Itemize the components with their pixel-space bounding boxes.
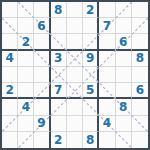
given-digit: 2 [54,134,62,146]
given-digit: 7 [54,84,62,96]
cell-r3c1[interactable] [2,34,18,50]
given-digit: 8 [54,4,62,16]
given-digit: 4 [103,117,111,129]
cell-r2c5[interactable] [67,18,83,34]
cell-r8c5[interactable] [67,116,83,132]
cell-r2c2[interactable] [18,18,34,34]
sudoku-board: 82672643982756489428 [0,0,150,150]
cell-r9c6[interactable]: 8 [83,132,99,148]
cell-r2c9[interactable] [132,18,148,34]
cell-r9c2[interactable] [18,132,34,148]
cell-r8c2[interactable] [18,116,34,132]
cell-r8c1[interactable] [2,116,18,132]
given-digit: 4 [5,52,13,64]
cell-r9c8[interactable] [116,132,132,148]
cell-r2c3[interactable]: 6 [34,18,50,34]
cell-r7c1[interactable] [2,99,18,115]
cell-r7c6[interactable] [83,99,99,115]
cell-r5c3[interactable] [34,67,50,83]
cell-r7c3[interactable] [34,99,50,115]
given-digit: 8 [119,101,127,113]
cell-r4c2[interactable] [18,51,34,67]
cell-r3c7[interactable] [99,34,115,50]
cell-r2c6[interactable] [83,18,99,34]
given-digit: 6 [136,84,144,96]
cell-r3c2[interactable]: 2 [18,34,34,50]
cell-r6c2[interactable] [18,83,34,99]
given-digit: 2 [22,36,30,48]
cell-r7c2[interactable]: 4 [18,99,34,115]
cell-r4c5[interactable] [67,51,83,67]
cell-r3c6[interactable] [83,34,99,50]
cell-r1c4[interactable]: 8 [51,2,67,18]
cell-r9c9[interactable] [132,132,148,148]
cell-r5c8[interactable] [116,67,132,83]
given-digit: 4 [22,101,30,113]
cell-r7c7[interactable] [99,99,115,115]
cell-r3c3[interactable] [34,34,50,50]
given-digit: 3 [54,52,62,64]
given-digit: 6 [119,36,127,48]
cell-r7c5[interactable] [67,99,83,115]
given-digit: 6 [37,20,45,32]
given-digit: 7 [103,20,111,32]
cell-r4c3[interactable] [34,51,50,67]
cell-r7c8[interactable]: 8 [116,99,132,115]
cell-r3c4[interactable] [51,34,67,50]
cell-r5c4[interactable] [51,67,67,83]
cell-r8c8[interactable] [116,116,132,132]
given-digit: 8 [86,134,94,146]
cell-r4c1[interactable]: 4 [2,51,18,67]
cell-r6c5[interactable] [67,83,83,99]
cell-r3c8[interactable]: 6 [116,34,132,50]
cell-r1c1[interactable] [2,2,18,18]
given-digit: 2 [86,4,94,16]
cell-r2c4[interactable] [51,18,67,34]
cell-r9c4[interactable]: 2 [51,132,67,148]
cell-r6c8[interactable] [116,83,132,99]
cell-r4c4[interactable]: 3 [51,51,67,67]
cell-r6c4[interactable]: 7 [51,83,67,99]
cell-r6c7[interactable] [99,83,115,99]
cell-r9c1[interactable] [2,132,18,148]
cell-r1c9[interactable] [132,2,148,18]
cell-r4c6[interactable]: 9 [83,51,99,67]
given-digit: 5 [86,84,94,96]
cell-r6c9[interactable]: 6 [132,83,148,99]
cell-r4c9[interactable]: 8 [132,51,148,67]
cell-r8c9[interactable] [132,116,148,132]
cell-r8c6[interactable] [83,116,99,132]
cell-r4c7[interactable] [99,51,115,67]
cell-r2c1[interactable] [2,18,18,34]
cell-r5c2[interactable] [18,67,34,83]
cell-r9c7[interactable] [99,132,115,148]
cell-r9c3[interactable] [34,132,50,148]
cell-r5c5[interactable] [67,67,83,83]
cell-r2c7[interactable]: 7 [99,18,115,34]
cell-r5c6[interactable] [83,67,99,83]
cell-r1c7[interactable] [99,2,115,18]
given-digit: 9 [86,52,94,64]
cell-r5c7[interactable] [99,67,115,83]
given-digit: 9 [37,117,45,129]
cell-r1c2[interactable] [18,2,34,18]
cell-r6c3[interactable] [34,83,50,99]
cell-r5c1[interactable] [2,67,18,83]
cell-r6c1[interactable]: 2 [2,83,18,99]
given-digit: 8 [136,52,144,64]
cell-r8c4[interactable] [51,116,67,132]
cell-r6c6[interactable]: 5 [83,83,99,99]
cell-r1c5[interactable] [67,2,83,18]
cell-r1c3[interactable] [34,2,50,18]
cell-r3c9[interactable] [132,34,148,50]
cell-r5c9[interactable] [132,67,148,83]
cell-r1c8[interactable] [116,2,132,18]
cell-r7c9[interactable] [132,99,148,115]
cell-r9c5[interactable] [67,132,83,148]
cell-r4c8[interactable] [116,51,132,67]
cell-r8c7[interactable]: 4 [99,116,115,132]
cell-r3c5[interactable] [67,34,83,50]
cell-r2c8[interactable] [116,18,132,34]
cell-r7c4[interactable] [51,99,67,115]
cell-r1c6[interactable]: 2 [83,2,99,18]
given-digit: 2 [5,84,13,96]
cell-r8c3[interactable]: 9 [34,116,50,132]
